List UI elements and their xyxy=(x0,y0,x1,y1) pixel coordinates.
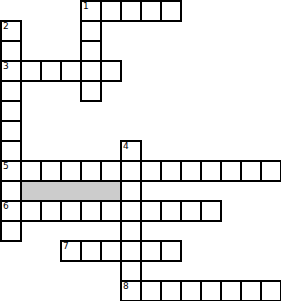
clue-number-7: 7 xyxy=(63,242,69,251)
cell-r12c5[interactable] xyxy=(100,240,122,262)
clue-number-3: 3 xyxy=(3,62,9,71)
clue-number-2: 2 xyxy=(3,22,9,31)
cell-r8c8[interactable] xyxy=(160,160,182,182)
cell-r0c5[interactable] xyxy=(100,0,122,22)
cell-r8c12[interactable] xyxy=(240,160,262,182)
cell-r14c11[interactable] xyxy=(220,280,242,301)
cell-r14c13[interactable] xyxy=(260,280,281,301)
cell-r5c0[interactable] xyxy=(0,100,22,122)
cell-r8c7[interactable] xyxy=(140,160,162,182)
clue-number-6: 6 xyxy=(3,202,9,211)
cell-r4c0[interactable] xyxy=(0,80,22,102)
cell-r0c7[interactable] xyxy=(140,0,162,22)
cell-r12c8[interactable] xyxy=(160,240,182,262)
cell-r14c7[interactable] xyxy=(140,280,162,301)
cell-r3c3[interactable] xyxy=(60,60,82,82)
cell-r10c8[interactable] xyxy=(160,200,182,222)
crossword-puzzle-screen: 12345678 xyxy=(0,0,281,301)
cell-r10c1[interactable] xyxy=(20,200,42,222)
cell-r1c4[interactable] xyxy=(80,20,102,42)
cell-r2c0[interactable] xyxy=(0,40,22,62)
cell-r8c5[interactable] xyxy=(100,160,122,182)
cell-r10c6[interactable] xyxy=(120,200,142,222)
cell-r10c9[interactable] xyxy=(180,200,202,222)
cell-r14c12[interactable] xyxy=(240,280,262,301)
cell-r10c4[interactable] xyxy=(80,200,102,222)
cell-r3c5[interactable] xyxy=(100,60,122,82)
crossword-board: 12345678 xyxy=(0,0,281,301)
clue-number-8: 8 xyxy=(123,282,129,291)
highlight-block xyxy=(20,180,122,202)
clue-number-1: 1 xyxy=(83,2,89,11)
cell-r8c3[interactable] xyxy=(60,160,82,182)
cell-r9c0[interactable] xyxy=(0,180,22,202)
cell-r0c8[interactable] xyxy=(160,0,182,22)
clue-number-5: 5 xyxy=(3,162,9,171)
cell-r2c4[interactable] xyxy=(80,40,102,62)
cell-r8c13[interactable] xyxy=(260,160,281,182)
cell-r8c6[interactable] xyxy=(120,160,142,182)
cell-r14c8[interactable] xyxy=(160,280,182,301)
cell-r0c6[interactable] xyxy=(120,0,142,22)
cell-r10c5[interactable] xyxy=(100,200,122,222)
cell-r12c4[interactable] xyxy=(80,240,102,262)
cell-r8c4[interactable] xyxy=(80,160,102,182)
clue-number-4: 4 xyxy=(123,142,129,151)
cell-r8c1[interactable] xyxy=(20,160,42,182)
cell-r4c4[interactable] xyxy=(80,80,102,102)
cell-r10c3[interactable] xyxy=(60,200,82,222)
cell-r10c7[interactable] xyxy=(140,200,162,222)
cell-r9c6[interactable] xyxy=(120,180,142,202)
cell-r3c2[interactable] xyxy=(40,60,62,82)
cell-r8c9[interactable] xyxy=(180,160,202,182)
cell-r7c0[interactable] xyxy=(0,140,22,162)
cell-r12c6[interactable] xyxy=(120,240,142,262)
cell-r14c10[interactable] xyxy=(200,280,222,301)
cell-r11c6[interactable] xyxy=(120,220,142,242)
cell-r10c10[interactable] xyxy=(200,200,222,222)
cell-r11c0[interactable] xyxy=(0,220,22,242)
cell-r6c0[interactable] xyxy=(0,120,22,142)
cell-r8c11[interactable] xyxy=(220,160,242,182)
cell-r3c4[interactable] xyxy=(80,60,102,82)
cell-r13c6[interactable] xyxy=(120,260,142,282)
cell-r10c2[interactable] xyxy=(40,200,62,222)
cell-r3c1[interactable] xyxy=(20,60,42,82)
cell-r14c9[interactable] xyxy=(180,280,202,301)
cell-r8c10[interactable] xyxy=(200,160,222,182)
cell-r12c7[interactable] xyxy=(140,240,162,262)
cell-r8c2[interactable] xyxy=(40,160,62,182)
